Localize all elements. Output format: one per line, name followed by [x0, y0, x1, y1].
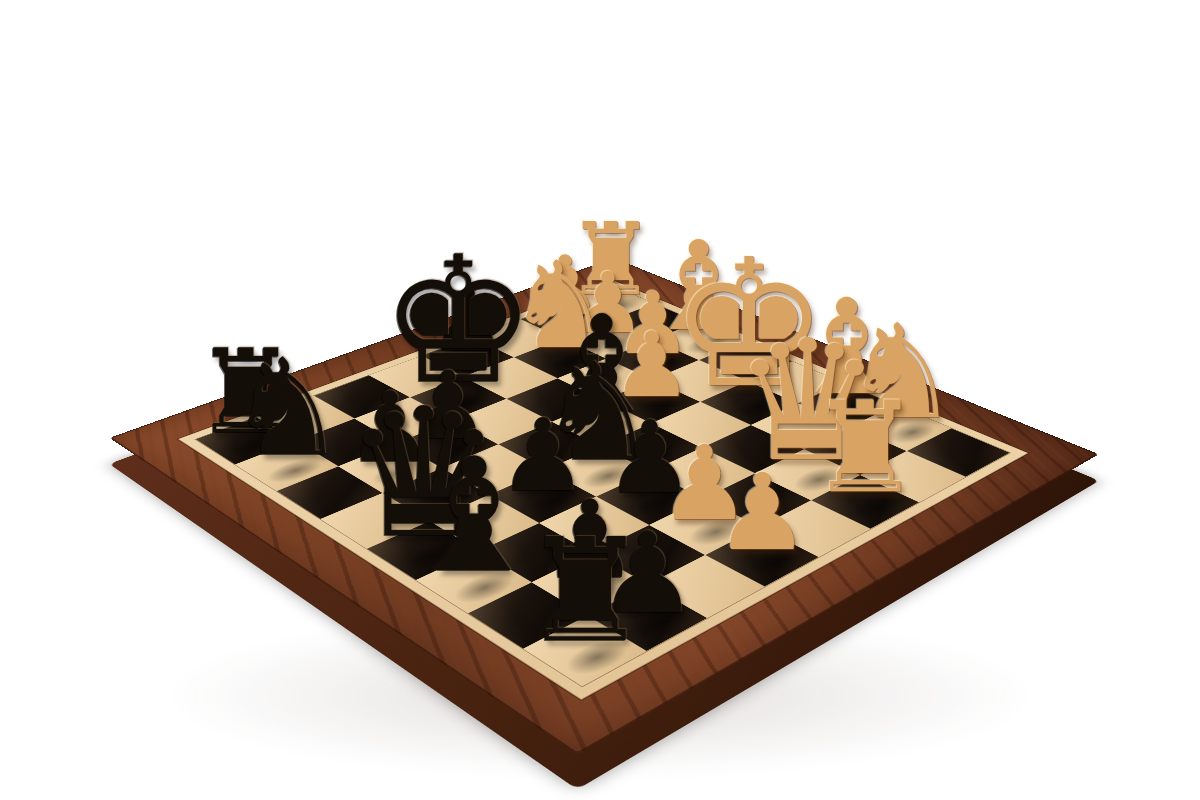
- piece-contact-shadow: [544, 312, 603, 336]
- chessboard: [109, 258, 1098, 755]
- piece-contact-shadow: [538, 349, 600, 375]
- board-grid: [196, 286, 1010, 687]
- scene: [0, 0, 1200, 800]
- board-frame: [109, 258, 1098, 755]
- piece-contact-shadow: [573, 459, 643, 492]
- piece-contact-shadow: [631, 350, 693, 376]
- piece-contact-shadow: [434, 388, 500, 417]
- piece-contact-shadow: [422, 433, 491, 465]
- piece-contact-shadow: [562, 569, 640, 611]
- piece-contact-shadow: [629, 391, 694, 420]
